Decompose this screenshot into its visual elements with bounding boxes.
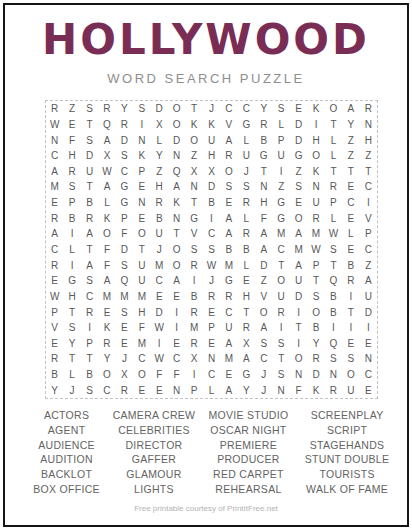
grid-cell: G	[272, 195, 289, 211]
grid-cell: T	[342, 304, 359, 320]
grid-cell: T	[272, 257, 289, 273]
grid-cell: I	[81, 320, 98, 336]
grid-cell: G	[238, 367, 255, 383]
grid-cell: H	[63, 289, 80, 305]
grid-cell: L	[63, 242, 80, 258]
word-item: STUNT DOUBLE	[299, 452, 395, 467]
grid-cell: H	[203, 148, 220, 164]
grid-cell: A	[220, 226, 237, 242]
grid-cell: U	[307, 195, 324, 211]
grid-cell: U	[133, 273, 150, 289]
grid-cell: H	[63, 148, 80, 164]
grid-cell: G	[185, 210, 202, 226]
grid-cell: Y	[307, 335, 324, 351]
grid-cell: K	[307, 164, 324, 180]
grid-cell: Z	[360, 148, 377, 164]
grid-cell: L	[325, 132, 342, 148]
grid-cell: L	[63, 367, 80, 383]
grid-cell: B	[203, 195, 220, 211]
grid-cell: H	[307, 132, 324, 148]
grid-cell: O	[290, 210, 307, 226]
word-item: SCREENPLAY	[299, 408, 395, 423]
grid-cell: D	[290, 289, 307, 305]
grid-cell: A	[168, 179, 185, 195]
grid-cell: E	[116, 320, 133, 336]
grid-cell: S	[81, 273, 98, 289]
grid-cell: E	[151, 382, 168, 398]
grid-cell: I	[307, 117, 324, 133]
grid-cell: O	[342, 367, 359, 383]
grid-cell: T	[63, 351, 80, 367]
grid-cell: B	[220, 242, 237, 258]
grid-cell: I	[360, 320, 377, 336]
grid-cell: K	[185, 117, 202, 133]
grid-cell: E	[342, 335, 359, 351]
grid-cell: U	[81, 164, 98, 180]
grid-cell: C	[81, 289, 98, 305]
word-item: LIGHTS	[110, 482, 198, 497]
grid-cell: R	[98, 101, 115, 117]
grid-cell: U	[220, 320, 237, 336]
grid-cell: E	[290, 195, 307, 211]
grid-cell: Z	[342, 148, 359, 164]
grid-cell: R	[342, 273, 359, 289]
grid-cell: M	[220, 257, 237, 273]
grid-cell: F	[133, 320, 150, 336]
grid-cell: I	[325, 320, 342, 336]
grid-cell: C	[203, 226, 220, 242]
grid-cell: C	[238, 101, 255, 117]
grid-cell: D	[290, 132, 307, 148]
grid-cell: P	[63, 195, 80, 211]
grid-cell: Z	[290, 164, 307, 180]
grid-cell: R	[255, 117, 272, 133]
grid-cell: O	[168, 242, 185, 258]
grid-cell: I	[168, 320, 185, 336]
grid-cell: C	[46, 148, 63, 164]
grid-cell: T	[325, 164, 342, 180]
grid-cell: O	[133, 367, 150, 383]
grid-cell: S	[220, 179, 237, 195]
grid-cell: A	[98, 273, 115, 289]
grid-cell: T	[238, 304, 255, 320]
grid-cell: A	[220, 335, 237, 351]
grid-cell: C	[98, 382, 115, 398]
grid-cell: P	[272, 132, 289, 148]
word-item: REHEARSAL	[202, 482, 295, 497]
grid-cell: D	[151, 304, 168, 320]
grid-cell: A	[98, 179, 115, 195]
grid-cell: I	[290, 335, 307, 351]
grid-cell: A	[220, 210, 237, 226]
grid-cell: V	[185, 226, 202, 242]
grid-cell: R	[151, 195, 168, 211]
grid-cell: F	[255, 210, 272, 226]
grid-cell: W	[46, 117, 63, 133]
grid-cell: S	[272, 101, 289, 117]
grid-cell: T	[307, 273, 324, 289]
grid-cell: B	[63, 210, 80, 226]
grid-cell: T	[133, 242, 150, 258]
grid-cell: W	[325, 226, 342, 242]
grid-cell: Q	[325, 273, 342, 289]
grid-cell: U	[360, 289, 377, 305]
grid-cell: S	[116, 304, 133, 320]
grid-cell: P	[185, 382, 202, 398]
word-item: TOURISTS	[299, 467, 395, 482]
grid-cell: S	[81, 101, 98, 117]
grid-cell: N	[168, 382, 185, 398]
grid-cell: P	[307, 257, 324, 273]
grid-cell: A	[46, 164, 63, 180]
page-title: HOLLYWOOD	[5, 17, 407, 63]
grid-cell: E	[116, 335, 133, 351]
grid-cell: K	[307, 101, 324, 117]
grid-cell: N	[185, 179, 202, 195]
grid-cell: E	[151, 289, 168, 305]
grid-cell: K	[98, 320, 115, 336]
grid-cell: N	[46, 132, 63, 148]
grid-cell: X	[98, 148, 115, 164]
grid-cell: E	[342, 179, 359, 195]
grid-cell: R	[307, 351, 324, 367]
grid-cell: B	[325, 289, 342, 305]
grid-cell: S	[63, 320, 80, 336]
grid-cell: R	[98, 335, 115, 351]
grid-cell: I	[203, 210, 220, 226]
word-item: STAGEHANDS	[299, 438, 395, 453]
grid-cell: S	[63, 179, 80, 195]
grid-cell: T	[168, 226, 185, 242]
grid-cell: S	[325, 351, 342, 367]
grid-cell: B	[255, 132, 272, 148]
grid-cell: R	[325, 382, 342, 398]
grid-cell: S	[272, 367, 289, 383]
grid-cell: E	[46, 195, 63, 211]
grid-cell: G	[272, 210, 289, 226]
grid-cell: N	[307, 179, 324, 195]
grid-cell: O	[185, 132, 202, 148]
grid-cell: J	[151, 242, 168, 258]
grid-cell: P	[81, 335, 98, 351]
grid-cell: R	[185, 257, 202, 273]
grid-cell: C	[220, 101, 237, 117]
grid-cell: I	[185, 273, 202, 289]
grid-cell: C	[220, 304, 237, 320]
grid-cell: E	[46, 335, 63, 351]
grid-cell: F	[168, 367, 185, 383]
grid-cell: C	[272, 242, 289, 258]
grid-cell: S	[238, 179, 255, 195]
grid-cell: O	[325, 101, 342, 117]
grid-cell: L	[342, 226, 359, 242]
grid-cell: U	[342, 382, 359, 398]
grid-cell: R	[185, 335, 202, 351]
grid-cell: S	[81, 382, 98, 398]
grid-cell: J	[116, 351, 133, 367]
grid-cell: N	[168, 210, 185, 226]
grid-cell: Y	[116, 101, 133, 117]
grid-cell: R	[81, 304, 98, 320]
grid-cell: E	[220, 367, 237, 383]
grid-cell: O	[272, 273, 289, 289]
grid-cell: G	[255, 148, 272, 164]
grid-cell: W	[307, 242, 324, 258]
grid-cell: K	[168, 195, 185, 211]
grid-cell: M	[290, 242, 307, 258]
word-item: MOVIE STUDIO	[202, 408, 295, 423]
grid-cell: E	[360, 335, 377, 351]
grid-cell: Z	[272, 179, 289, 195]
grid-cell: I	[168, 304, 185, 320]
grid-cell: S	[255, 335, 272, 351]
grid-cell: U	[238, 148, 255, 164]
grid-cell: I	[63, 257, 80, 273]
grid-cell: O	[307, 148, 324, 164]
grid-cell: D	[290, 117, 307, 133]
grid-cell: N	[255, 179, 272, 195]
grid-cell: P	[133, 164, 150, 180]
grid-cell: R	[360, 101, 377, 117]
grid-cell: B	[46, 367, 63, 383]
word-search-grid: RZSRYSDOTJCCYSEKOARWETQRIXOKKVGRLDITYNNF…	[45, 100, 378, 399]
grid-cell: E	[238, 273, 255, 289]
grid-cell: E	[46, 273, 63, 289]
grid-cell: I	[360, 195, 377, 211]
word-item: ACTORS	[27, 408, 106, 423]
grid-cell: R	[220, 148, 237, 164]
grid-cell: I	[272, 320, 289, 336]
grid-cell: S	[133, 101, 150, 117]
grid-cell: S	[116, 148, 133, 164]
grid-cell: W	[98, 164, 115, 180]
grid-cell: B	[185, 289, 202, 305]
grid-cell: R	[325, 179, 342, 195]
grid-cell: S	[307, 289, 324, 305]
grid-cell: Z	[63, 101, 80, 117]
grid-cell: S	[290, 179, 307, 195]
grid-cell: A	[290, 257, 307, 273]
grid-cell: N	[360, 351, 377, 367]
grid-cell: I	[133, 117, 150, 133]
grid-cell: S	[185, 242, 202, 258]
grid-cell: R	[238, 226, 255, 242]
grid-cell: B	[151, 210, 168, 226]
grid-cell: Z	[151, 164, 168, 180]
grid-cell: A	[360, 273, 377, 289]
grid-cell: T	[342, 164, 359, 180]
grid-cell: D	[307, 367, 324, 383]
grid-cell: E	[133, 179, 150, 195]
grid-cell: F	[98, 242, 115, 258]
grid-cell: H	[255, 195, 272, 211]
word-item: WALK OF FAME	[299, 482, 395, 497]
grid-cell: N	[203, 351, 220, 367]
grid-cell: E	[133, 210, 150, 226]
grid-cell: G	[290, 148, 307, 164]
grid-cell: B	[307, 320, 324, 336]
grid-cell: A	[168, 273, 185, 289]
grid-cell: F	[116, 226, 133, 242]
grid-cell: M	[133, 289, 150, 305]
grid-cell: S	[272, 335, 289, 351]
grid-cell: Y	[342, 117, 359, 133]
grid-cell: I	[342, 320, 359, 336]
grid-cell: N	[272, 382, 289, 398]
grid-cell: Z	[185, 148, 202, 164]
grid-cell: R	[116, 117, 133, 133]
grid-cell: M	[98, 289, 115, 305]
grid-cell: L	[151, 132, 168, 148]
grid-cell: N	[325, 367, 342, 383]
grid-cell: C	[342, 195, 359, 211]
grid-cell: O	[255, 304, 272, 320]
grid-cell: Y	[98, 351, 115, 367]
grid-cell: R	[238, 195, 255, 211]
page-frame: HOLLYWOOD WORD SEARCH PUZZLE RZSRYSDOTJC…	[3, 3, 409, 527]
grid-cell: J	[203, 101, 220, 117]
grid-cell: A	[255, 226, 272, 242]
grid-cell: L	[238, 257, 255, 273]
grid-cell: N	[133, 195, 150, 211]
word-item: SCRIPT	[299, 423, 395, 438]
grid-cell: C	[46, 242, 63, 258]
grid-cell: E	[342, 210, 359, 226]
grid-cell: A	[46, 226, 63, 242]
grid-cell: U	[133, 257, 150, 273]
grid-cell: T	[81, 242, 98, 258]
grid-cell: S	[325, 242, 342, 258]
grid-cell: C	[360, 367, 377, 383]
grid-cell: I	[272, 164, 289, 180]
grid-cell: F	[151, 367, 168, 383]
grid-cell: Y	[151, 148, 168, 164]
grid-cell: W	[46, 289, 63, 305]
grid-cell: L	[203, 382, 220, 398]
word-item: AUDITION	[27, 452, 106, 467]
grid-cell: N	[290, 367, 307, 383]
grid-cell: E	[168, 335, 185, 351]
grid-cell: M	[185, 320, 202, 336]
grid-cell: E	[203, 335, 220, 351]
grid-cell: M	[46, 179, 63, 195]
grid-cell: V	[255, 289, 272, 305]
grid-cell: U	[151, 226, 168, 242]
grid-cell: T	[81, 351, 98, 367]
grid-cell: Q	[98, 117, 115, 133]
grid-cell: E	[290, 101, 307, 117]
word-item: BOX OFFICE	[27, 482, 106, 497]
grid-cell: E	[203, 304, 220, 320]
word-column-3: MOVIE STUDIOOSCAR NIGHTPREMIEREPRODUCERR…	[202, 408, 295, 497]
grid-cell: A	[290, 226, 307, 242]
grid-cell: R	[203, 289, 220, 305]
grid-cell: Q	[116, 273, 133, 289]
grid-cell: Q	[325, 335, 342, 351]
word-item: OSCAR NIGHT	[202, 423, 295, 438]
grid-cell: A	[81, 226, 98, 242]
page-subtitle: WORD SEARCH PUZZLE	[5, 71, 407, 86]
grid-cell: L	[272, 117, 289, 133]
grid-cell: R	[63, 164, 80, 180]
grid-cell: T	[360, 164, 377, 180]
grid-cell: R	[46, 210, 63, 226]
grid-cell: A	[342, 101, 359, 117]
grid-cell: H	[360, 132, 377, 148]
grid-cell: E	[360, 382, 377, 398]
grid-cell: X	[185, 351, 202, 367]
grid-cell: O	[168, 101, 185, 117]
grid-cell: O	[220, 164, 237, 180]
grid-cell: S	[116, 257, 133, 273]
grid-cell: O	[98, 226, 115, 242]
grid-cell: C	[360, 179, 377, 195]
grid-cell: A	[81, 257, 98, 273]
word-item: PREMIERE	[202, 438, 295, 453]
grid-cell: B	[342, 257, 359, 273]
grid-cell: C	[133, 351, 150, 367]
word-column-4: SCREENPLAYSCRIPTSTAGEHANDSSTUNT DOUBLETO…	[299, 408, 395, 497]
grid-cell: O	[168, 117, 185, 133]
grid-cell: A	[238, 351, 255, 367]
grid-cell: C	[168, 351, 185, 367]
word-column-1: ACTORSAGENTAUDIENCEAUDITIONBACKLOTBOX OF…	[27, 408, 106, 497]
grid-cell: J	[255, 382, 272, 398]
word-item: RED CARPET	[202, 467, 295, 482]
grid-cell: I	[151, 335, 168, 351]
grid-cell: E	[342, 242, 359, 258]
grid-cell: R	[220, 289, 237, 305]
grid-cell: R	[272, 304, 289, 320]
grid-cell: Y	[63, 335, 80, 351]
grid-cell: Y	[238, 382, 255, 398]
grid-cell: N	[360, 117, 377, 133]
grid-cell: S	[342, 351, 359, 367]
grid-cell: E	[98, 304, 115, 320]
grid-cell: J	[203, 273, 220, 289]
grid-cell: R	[185, 304, 202, 320]
grid-cell: I	[63, 226, 80, 242]
grid-cell: T	[185, 195, 202, 211]
grid-cell: R	[46, 257, 63, 273]
grid-cell: O	[290, 351, 307, 367]
word-item: AGENT	[27, 423, 106, 438]
grid-cell: G	[63, 273, 80, 289]
grid-cell: V	[46, 320, 63, 336]
grid-cell: P	[116, 210, 133, 226]
grid-cell: C	[360, 242, 377, 258]
grid-cell: H	[151, 179, 168, 195]
grid-cell: S	[81, 132, 98, 148]
grid-cell: T	[290, 320, 307, 336]
grid-cell: U	[290, 273, 307, 289]
grid-cell: D	[116, 132, 133, 148]
grid-cell: T	[325, 257, 342, 273]
grid-cell: R	[307, 210, 324, 226]
grid-cell: U	[272, 148, 289, 164]
grid-cell: H	[133, 304, 150, 320]
grid-cell: N	[133, 132, 150, 148]
grid-cell: I	[342, 289, 359, 305]
grid-cell: G	[116, 195, 133, 211]
grid-cell: N	[168, 148, 185, 164]
grid-cell: A	[220, 132, 237, 148]
footer-credit: Free printable courtesy of PrintItFree.n…	[5, 504, 407, 513]
grid-cell: D	[203, 179, 220, 195]
grid-cell: I	[185, 367, 202, 383]
grid-cell: A	[255, 242, 272, 258]
grid-cell: K	[203, 117, 220, 133]
